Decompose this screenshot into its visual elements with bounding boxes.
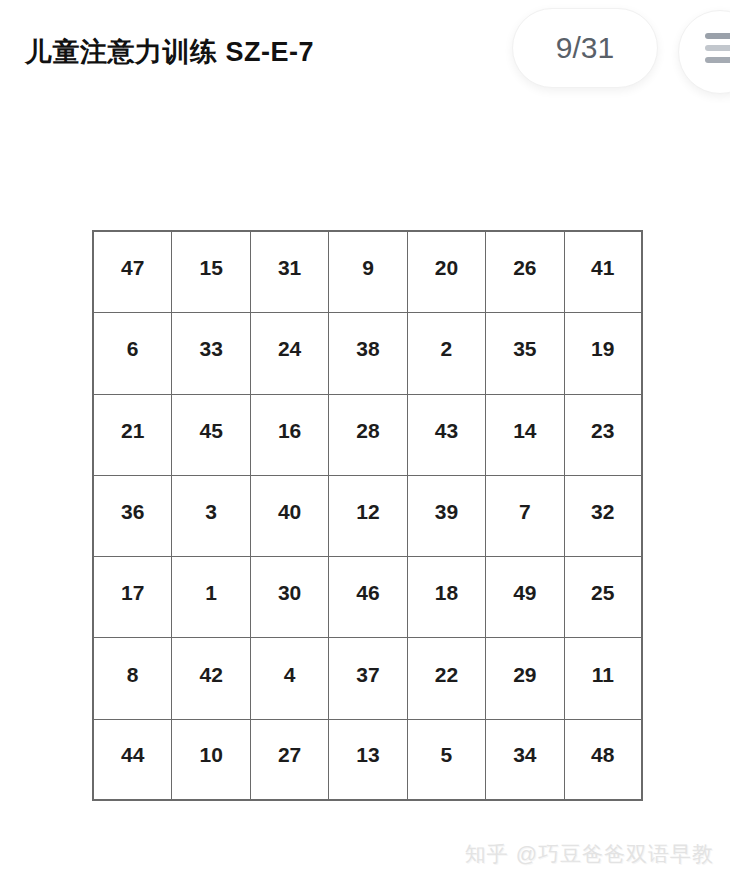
grid-cell-r2c4: 38 — [329, 313, 407, 394]
grid-cell-r7c1: 44 — [94, 720, 172, 801]
grid-cell-r6c4: 37 — [329, 638, 407, 719]
grid-cell-r7c7: 48 — [565, 720, 643, 801]
grid-cell-r4c2: 3 — [172, 476, 250, 557]
grid-cell-r1c1: 47 — [94, 232, 172, 313]
grid-cell-r4c7: 32 — [565, 476, 643, 557]
grid-cell-r5c7: 25 — [565, 557, 643, 638]
grid-cell-r1c4: 9 — [329, 232, 407, 313]
grid-cell-r3c5: 43 — [408, 395, 486, 476]
grid-cell-r4c6: 7 — [486, 476, 564, 557]
page-title: 儿童注意力训练 SZ-E-7 — [25, 34, 314, 70]
grid-cell-r6c2: 42 — [172, 638, 250, 719]
page-indicator-label: 9/31 — [556, 31, 614, 65]
grid-cell-r1c5: 20 — [408, 232, 486, 313]
grid-cell-r5c4: 46 — [329, 557, 407, 638]
grid-cell-r7c2: 10 — [172, 720, 250, 801]
watermark: 知乎 @巧豆爸爸双语早教 — [465, 840, 714, 868]
grid-cell-r1c6: 26 — [486, 232, 564, 313]
grid-cell-r4c4: 12 — [329, 476, 407, 557]
grid-cell-r3c7: 23 — [565, 395, 643, 476]
grid-cell-r5c5: 18 — [408, 557, 486, 638]
grid-cell-r5c3: 30 — [251, 557, 329, 638]
grid-cell-r1c7: 41 — [565, 232, 643, 313]
grid-cell-r1c3: 31 — [251, 232, 329, 313]
grid-cell-r6c5: 22 — [408, 638, 486, 719]
grid-cell-r5c1: 17 — [94, 557, 172, 638]
grid-cell-r4c3: 40 — [251, 476, 329, 557]
grid-cell-r2c5: 2 — [408, 313, 486, 394]
grid-cell-r7c6: 34 — [486, 720, 564, 801]
grid-cell-r2c7: 19 — [565, 313, 643, 394]
grid-cell-r4c5: 39 — [408, 476, 486, 557]
grid-cell-r2c1: 6 — [94, 313, 172, 394]
schulte-grid: 4715319202641633243823519214516284314233… — [92, 230, 643, 801]
grid-cell-r3c4: 28 — [329, 395, 407, 476]
page-indicator-badge[interactable]: 9/31 — [512, 8, 658, 88]
grid-cell-r6c6: 29 — [486, 638, 564, 719]
grid-cell-r2c3: 24 — [251, 313, 329, 394]
grid-cell-r3c3: 16 — [251, 395, 329, 476]
grid-cell-r2c6: 35 — [486, 313, 564, 394]
grid-cell-r1c2: 15 — [172, 232, 250, 313]
grid-cell-r3c6: 14 — [486, 395, 564, 476]
grid-cell-r3c1: 21 — [94, 395, 172, 476]
grid-cell-r4c1: 36 — [94, 476, 172, 557]
grid-cell-r7c5: 5 — [408, 720, 486, 801]
grid-cell-r5c6: 49 — [486, 557, 564, 638]
menu-button[interactable] — [678, 10, 730, 94]
grid-cell-r3c2: 45 — [172, 395, 250, 476]
grid-cell-r6c3: 4 — [251, 638, 329, 719]
grid-cell-r7c3: 27 — [251, 720, 329, 801]
grid-cell-r7c4: 13 — [329, 720, 407, 801]
grid-cell-r5c2: 1 — [172, 557, 250, 638]
grid-cell-r6c1: 8 — [94, 638, 172, 719]
grid-cell-r6c7: 11 — [565, 638, 643, 719]
grid-cell-r2c2: 33 — [172, 313, 250, 394]
